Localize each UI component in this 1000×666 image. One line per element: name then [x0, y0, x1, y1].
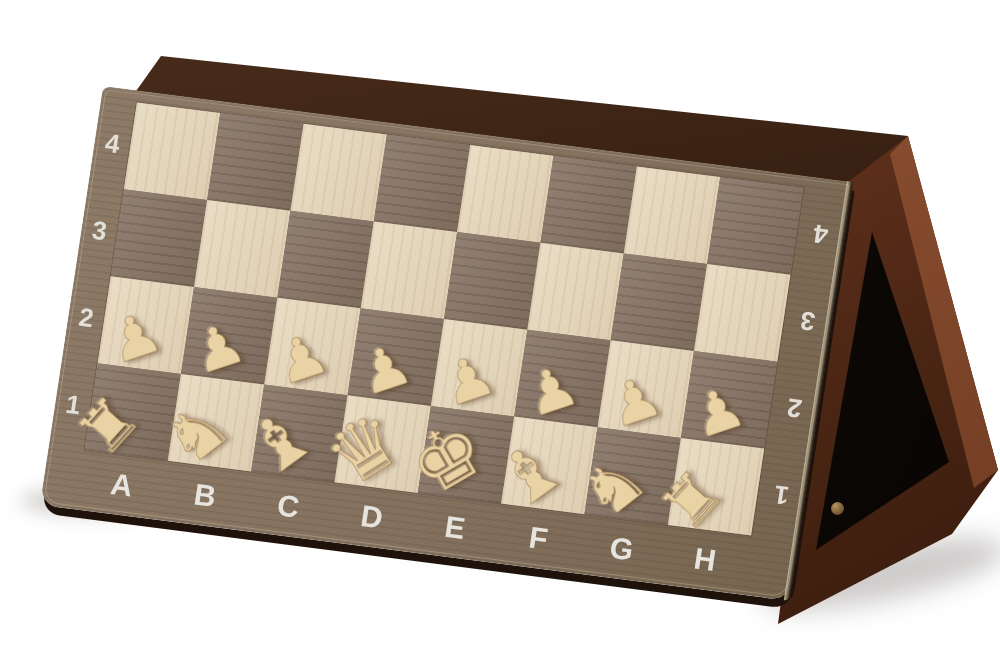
piece-white-pawn-g2[interactable]: ♟: [598, 340, 694, 438]
piece-white-knight-g1[interactable]: ♞: [584, 427, 680, 525]
photo-stage: 4321 4321 ABCDEFGH ♟♟♟♟♟♟♟♟♜♞♝♛♚♝♞♜: [0, 0, 1000, 666]
white-pawn-glyph: ♟: [434, 344, 501, 415]
piece-white-pawn-d2[interactable]: ♟: [348, 308, 444, 406]
white-pawn-glyph: ♟: [268, 323, 335, 394]
piece-white-pawn-e2[interactable]: ♟: [431, 319, 527, 417]
piece-white-knight-b1[interactable]: ♞: [168, 374, 264, 472]
piece-white-pawn-h2[interactable]: ♟: [681, 351, 777, 449]
piece-white-king-e1[interactable]: ♚: [418, 406, 514, 504]
piece-white-pawn-f2[interactable]: ♟: [514, 330, 610, 428]
piece-white-pawn-b2[interactable]: ♟: [181, 287, 277, 385]
white-rook-glyph: ♜: [68, 385, 152, 467]
piece-white-queen-d1[interactable]: ♛: [334, 395, 430, 493]
hinge-pin: [831, 502, 844, 515]
white-pawn-glyph: ♟: [184, 312, 251, 383]
piece-white-pawn-c2[interactable]: ♟: [264, 298, 360, 396]
piece-white-rook-a1[interactable]: ♜: [84, 363, 180, 461]
white-pawn-glyph: ♟: [601, 365, 668, 436]
white-pawn-glyph: ♟: [518, 355, 585, 426]
piece-white-bishop-c1[interactable]: ♝: [251, 385, 347, 483]
piece-white-bishop-f1[interactable]: ♝: [501, 417, 597, 515]
white-pawn-glyph: ♟: [684, 376, 751, 447]
white-pawn-glyph: ♟: [101, 301, 168, 372]
piece-white-pawn-a2[interactable]: ♟: [98, 276, 194, 374]
piece-white-rook-h1[interactable]: ♜: [668, 438, 764, 536]
white-pawn-glyph: ♟: [351, 333, 418, 404]
